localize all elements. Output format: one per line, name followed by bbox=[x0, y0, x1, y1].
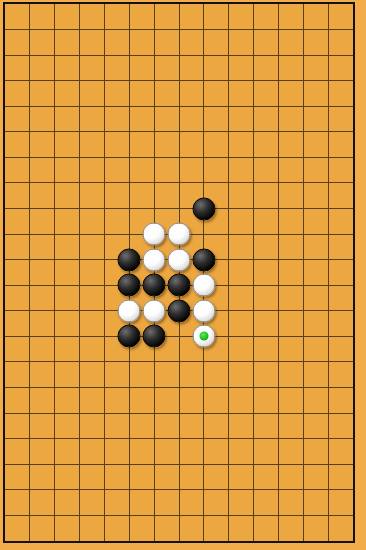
stone-black bbox=[143, 325, 166, 348]
stone-white bbox=[143, 223, 166, 246]
stone-white bbox=[192, 274, 215, 297]
stone-white bbox=[118, 299, 141, 322]
grid-line-horizontal bbox=[5, 464, 353, 465]
stone-white bbox=[143, 248, 166, 271]
grid-line-vertical bbox=[303, 4, 304, 541]
grid-line-horizontal bbox=[5, 131, 353, 132]
grid-line-horizontal bbox=[5, 182, 353, 183]
app-background bbox=[0, 0, 366, 550]
stone-black bbox=[118, 274, 141, 297]
stone-black bbox=[168, 299, 191, 322]
stone-black bbox=[118, 248, 141, 271]
grid-line-vertical bbox=[29, 4, 30, 541]
stone-white bbox=[192, 299, 215, 322]
grid-line-horizontal bbox=[5, 438, 353, 439]
grid-line-vertical bbox=[278, 4, 279, 541]
grid-line-vertical bbox=[179, 4, 180, 541]
grid-line-horizontal bbox=[5, 157, 353, 158]
grid-line-horizontal bbox=[5, 515, 353, 516]
stone-black bbox=[143, 274, 166, 297]
gomoku-board[interactable] bbox=[3, 2, 355, 543]
last-move-marker-icon bbox=[199, 332, 208, 341]
stone-black bbox=[118, 325, 141, 348]
grid-line-horizontal bbox=[5, 29, 353, 30]
stone-white bbox=[143, 299, 166, 322]
grid-line-horizontal bbox=[5, 361, 353, 362]
grid-line-vertical bbox=[203, 4, 204, 541]
stone-black bbox=[192, 197, 215, 220]
grid-line-horizontal bbox=[5, 55, 353, 56]
grid-line-horizontal bbox=[5, 106, 353, 107]
grid-line-vertical bbox=[104, 4, 105, 541]
stone-white bbox=[168, 223, 191, 246]
grid-line-vertical bbox=[154, 4, 155, 541]
grid-line-horizontal bbox=[5, 80, 353, 81]
grid-line-horizontal bbox=[5, 336, 353, 337]
stone-black bbox=[168, 274, 191, 297]
grid-line-vertical bbox=[328, 4, 329, 541]
grid-line-horizontal bbox=[5, 489, 353, 490]
grid-line-horizontal bbox=[5, 387, 353, 388]
grid-line-horizontal bbox=[5, 413, 353, 414]
grid-line-vertical bbox=[228, 4, 229, 541]
grid-line-vertical bbox=[54, 4, 55, 541]
stone-white bbox=[168, 248, 191, 271]
grid-line-vertical bbox=[253, 4, 254, 541]
grid-line-vertical bbox=[129, 4, 130, 541]
grid-line-horizontal bbox=[5, 208, 353, 209]
stone-white-last-move bbox=[192, 325, 215, 348]
stone-black bbox=[192, 248, 215, 271]
grid-line-vertical bbox=[79, 4, 80, 541]
